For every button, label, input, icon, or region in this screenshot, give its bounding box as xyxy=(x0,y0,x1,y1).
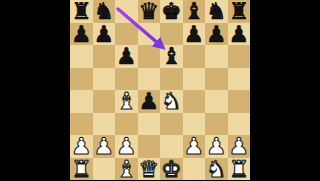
square-f7[interactable]: ♟ xyxy=(183,23,206,46)
square-f2[interactable]: ♟ xyxy=(183,135,206,158)
square-b1[interactable] xyxy=(93,158,116,181)
piece-white-pawn: ♟ xyxy=(228,135,249,158)
square-f5[interactable] xyxy=(183,68,206,91)
piece-white-pawn: ♟ xyxy=(206,135,227,158)
square-d5[interactable] xyxy=(138,68,161,91)
piece-black-pawn: ♟ xyxy=(116,45,137,68)
square-d7[interactable] xyxy=(138,23,161,46)
piece-black-knight: ♞ xyxy=(93,0,114,23)
square-e8[interactable]: ♚ xyxy=(160,0,183,23)
square-c2[interactable]: ♟ xyxy=(115,135,138,158)
square-g2[interactable]: ♟ xyxy=(205,135,228,158)
square-d2[interactable] xyxy=(138,135,161,158)
piece-black-bishop: ♝ xyxy=(161,45,182,68)
square-f6[interactable] xyxy=(183,45,206,68)
square-f8[interactable]: ♝ xyxy=(183,0,206,23)
square-b8[interactable]: ♞ xyxy=(93,0,116,23)
square-c3[interactable] xyxy=(115,113,138,136)
piece-black-queen: ♛ xyxy=(138,0,159,23)
square-d4[interactable]: ♟ xyxy=(138,90,161,113)
square-f3[interactable] xyxy=(183,113,206,136)
piece-black-king: ♚ xyxy=(161,0,182,23)
square-h6[interactable] xyxy=(228,45,251,68)
piece-black-rook: ♜ xyxy=(228,0,249,23)
square-a7[interactable]: ♟ xyxy=(70,23,93,46)
square-a8[interactable]: ♜ xyxy=(70,0,93,23)
square-h7[interactable]: ♟ xyxy=(228,23,251,46)
piece-white-knight: ♞ xyxy=(161,90,182,113)
piece-black-bishop: ♝ xyxy=(183,0,204,23)
square-e1[interactable]: ♚ xyxy=(160,158,183,181)
square-h4[interactable] xyxy=(228,90,251,113)
piece-white-pawn: ♟ xyxy=(71,135,92,158)
square-f1[interactable] xyxy=(183,158,206,181)
square-e7[interactable] xyxy=(160,23,183,46)
square-h3[interactable] xyxy=(228,113,251,136)
square-h2[interactable]: ♟ xyxy=(228,135,251,158)
square-h8[interactable]: ♜ xyxy=(228,0,251,23)
piece-black-rook: ♜ xyxy=(71,0,92,23)
square-c7[interactable] xyxy=(115,23,138,46)
piece-white-pawn: ♟ xyxy=(93,135,114,158)
square-c4[interactable]: ♝ xyxy=(115,90,138,113)
square-h5[interactable] xyxy=(228,68,251,91)
piece-black-pawn: ♟ xyxy=(71,23,92,46)
square-h1[interactable]: ♜ xyxy=(228,158,251,181)
piece-black-pawn: ♟ xyxy=(183,23,204,46)
square-b2[interactable]: ♟ xyxy=(93,135,116,158)
piece-white-rook: ♜ xyxy=(71,158,92,181)
square-e5[interactable] xyxy=(160,68,183,91)
square-b5[interactable] xyxy=(93,68,116,91)
right-letterbox xyxy=(250,0,320,180)
square-d8[interactable]: ♛ xyxy=(138,0,161,23)
square-e2[interactable] xyxy=(160,135,183,158)
piece-black-pawn: ♟ xyxy=(93,23,114,46)
square-b4[interactable] xyxy=(93,90,116,113)
piece-white-bishop: ♝ xyxy=(116,158,137,181)
piece-black-knight: ♞ xyxy=(206,0,227,23)
square-g3[interactable] xyxy=(205,113,228,136)
piece-white-rook: ♜ xyxy=(228,158,249,181)
square-a2[interactable]: ♟ xyxy=(70,135,93,158)
square-c1[interactable]: ♝ xyxy=(115,158,138,181)
square-e6[interactable]: ♝ xyxy=(160,45,183,68)
piece-white-king: ♚ xyxy=(161,158,182,181)
square-c6[interactable]: ♟ xyxy=(115,45,138,68)
square-e4[interactable]: ♞ xyxy=(160,90,183,113)
square-b3[interactable] xyxy=(93,113,116,136)
piece-black-pawn: ♟ xyxy=(206,23,227,46)
square-g1[interactable]: ♞ xyxy=(205,158,228,181)
square-d6[interactable] xyxy=(138,45,161,68)
piece-white-queen: ♛ xyxy=(138,158,159,181)
square-g6[interactable] xyxy=(205,45,228,68)
square-a3[interactable] xyxy=(70,113,93,136)
square-f4[interactable] xyxy=(183,90,206,113)
piece-white-pawn: ♟ xyxy=(183,135,204,158)
square-a5[interactable] xyxy=(70,68,93,91)
square-d1[interactable]: ♛ xyxy=(138,158,161,181)
chess-board[interactable]: ♜♞♛♚♝♞♜♟♟♟♟♟♟♝♝♟♞♟♟♟♟♟♟♜♝♛♚♞♜ xyxy=(70,0,250,180)
left-letterbox xyxy=(0,0,70,180)
piece-white-bishop: ♝ xyxy=(116,90,137,113)
square-g5[interactable] xyxy=(205,68,228,91)
piece-black-pawn: ♟ xyxy=(228,23,249,46)
square-g4[interactable] xyxy=(205,90,228,113)
square-b6[interactable] xyxy=(93,45,116,68)
square-g8[interactable]: ♞ xyxy=(205,0,228,23)
piece-white-knight: ♞ xyxy=(206,158,227,181)
square-a6[interactable] xyxy=(70,45,93,68)
square-d3[interactable] xyxy=(138,113,161,136)
square-c8[interactable] xyxy=(115,0,138,23)
square-a1[interactable]: ♜ xyxy=(70,158,93,181)
square-e3[interactable] xyxy=(160,113,183,136)
square-g7[interactable]: ♟ xyxy=(205,23,228,46)
square-a4[interactable] xyxy=(70,90,93,113)
piece-black-pawn: ♟ xyxy=(138,90,159,113)
piece-white-pawn: ♟ xyxy=(116,135,137,158)
video-frame: ♜♞♛♚♝♞♜♟♟♟♟♟♟♝♝♟♞♟♟♟♟♟♟♜♝♛♚♞♜ xyxy=(0,0,320,180)
square-b7[interactable]: ♟ xyxy=(93,23,116,46)
square-c5[interactable] xyxy=(115,68,138,91)
